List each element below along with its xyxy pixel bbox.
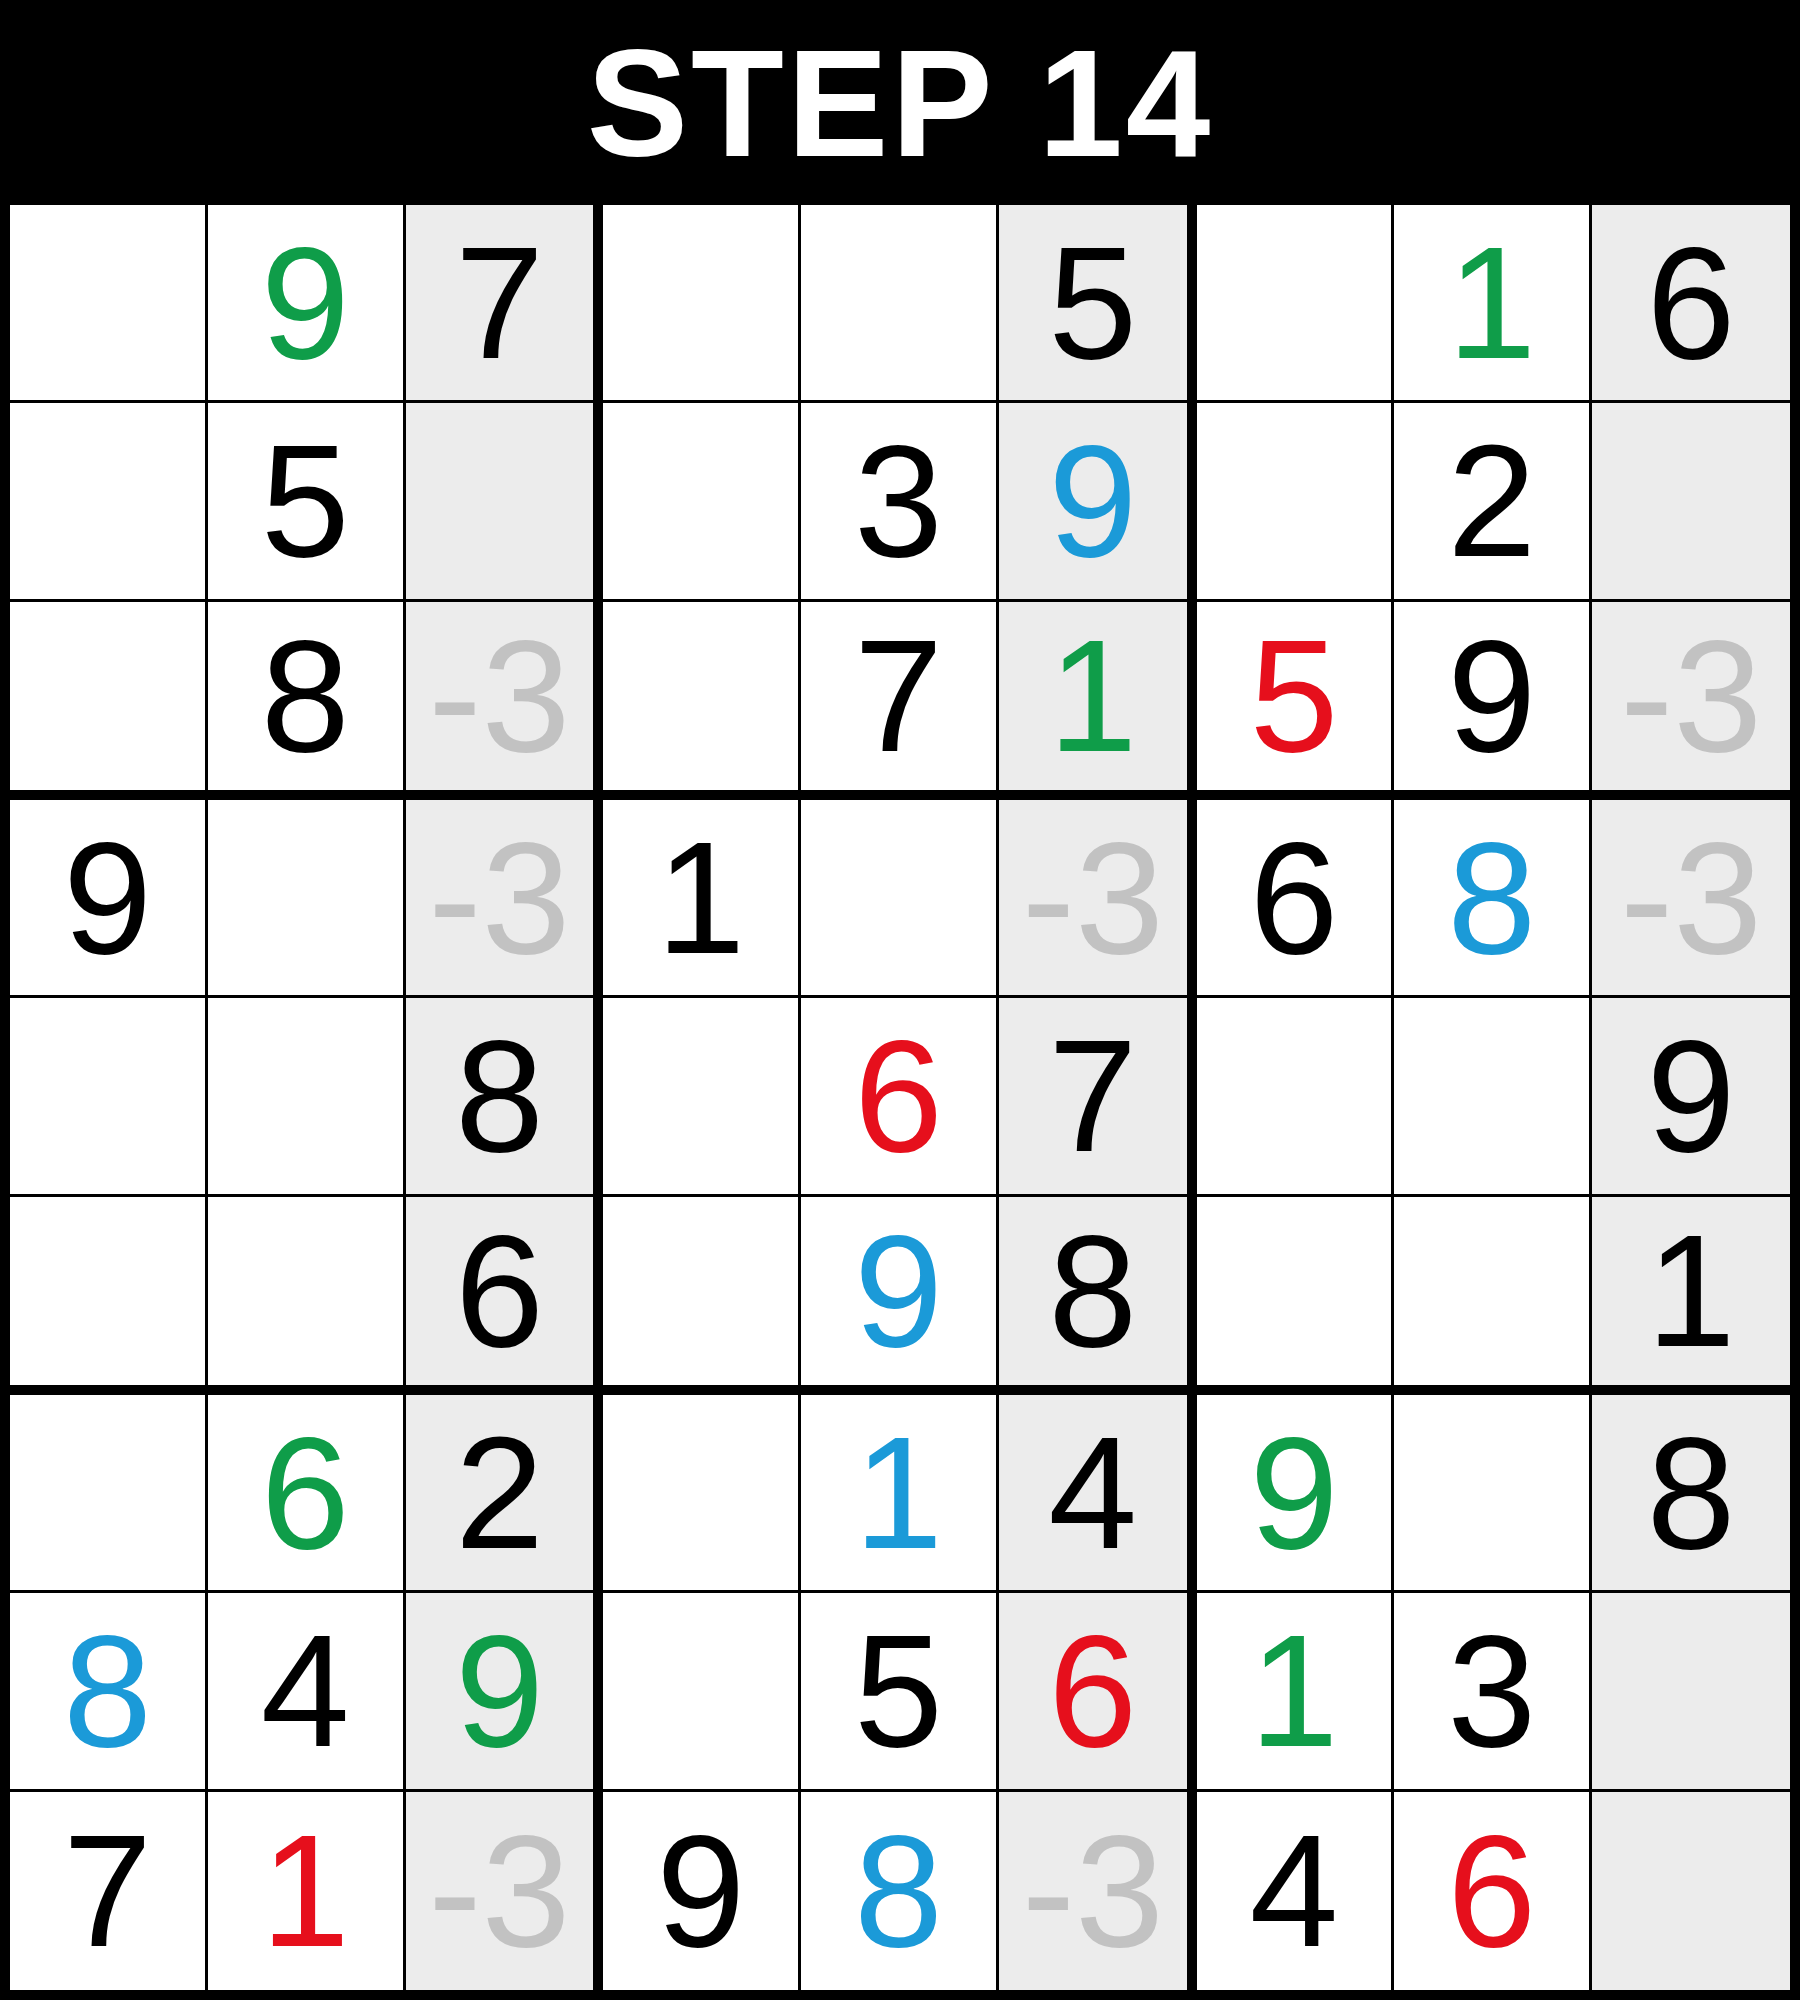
cell-r3c3[interactable]: -3 (406, 602, 604, 800)
cell-r2c1[interactable] (10, 403, 208, 601)
cell-r3c4[interactable] (603, 602, 801, 800)
step-title: STEP 14 (587, 27, 1214, 179)
cell-r8c3[interactable]: 9 (406, 1593, 604, 1791)
cell-r5c1[interactable] (10, 998, 208, 1196)
cell-r1c7[interactable] (1197, 205, 1395, 403)
cell-r2c4[interactable] (603, 403, 801, 601)
cell-r5c2[interactable] (208, 998, 406, 1196)
cell-r2c6[interactable]: 9 (999, 403, 1197, 601)
cell-r5c8[interactable] (1394, 998, 1592, 1196)
cell-r7c5[interactable]: 1 (801, 1395, 999, 1593)
cell-r2c3[interactable] (406, 403, 604, 601)
cell-r5c6[interactable]: 7 (999, 998, 1197, 1196)
cell-r8c2[interactable]: 4 (208, 1593, 406, 1791)
cell-r9c3[interactable]: -3 (406, 1792, 604, 1990)
cell-r7c3[interactable]: 2 (406, 1395, 604, 1593)
cell-r1c5[interactable] (801, 205, 999, 403)
cell-r4c3[interactable]: -3 (406, 800, 604, 998)
cell-r3c6[interactable]: 1 (999, 602, 1197, 800)
cell-r3c1[interactable] (10, 602, 208, 800)
cell-r7c7[interactable]: 9 (1197, 1395, 1395, 1593)
cell-r3c7[interactable]: 5 (1197, 602, 1395, 800)
cell-r1c2[interactable]: 9 (208, 205, 406, 403)
cell-r1c9[interactable]: 6 (1592, 205, 1790, 403)
cell-r2c8[interactable]: 2 (1394, 403, 1592, 601)
cell-r9c6[interactable]: -3 (999, 1792, 1197, 1990)
cell-r2c9[interactable] (1592, 403, 1790, 601)
cell-r3c2[interactable]: 8 (208, 602, 406, 800)
cell-r7c4[interactable] (603, 1395, 801, 1593)
cell-r7c2[interactable]: 6 (208, 1395, 406, 1593)
cell-r7c6[interactable]: 4 (999, 1395, 1197, 1593)
cell-r8c9[interactable] (1592, 1593, 1790, 1791)
cell-r5c7[interactable] (1197, 998, 1395, 1196)
cell-r2c7[interactable] (1197, 403, 1395, 601)
cell-r7c9[interactable]: 8 (1592, 1395, 1790, 1593)
cell-r4c9[interactable]: -3 (1592, 800, 1790, 998)
cell-r8c4[interactable] (603, 1593, 801, 1791)
cell-r4c2[interactable] (208, 800, 406, 998)
cell-r9c4[interactable]: 9 (603, 1792, 801, 1990)
cell-r7c8[interactable] (1394, 1395, 1592, 1593)
cell-r6c8[interactable] (1394, 1197, 1592, 1395)
cell-r3c5[interactable]: 7 (801, 602, 999, 800)
sudoku-board: 9751653928-37159-39-31-368-3867969816214… (10, 205, 1790, 1990)
cell-r1c1[interactable] (10, 205, 208, 403)
cell-r3c8[interactable]: 9 (1394, 602, 1592, 800)
cell-r7c1[interactable] (10, 1395, 208, 1593)
cell-r6c4[interactable] (603, 1197, 801, 1395)
cell-r1c3[interactable]: 7 (406, 205, 604, 403)
cell-r9c8[interactable]: 6 (1394, 1792, 1592, 1990)
cell-r4c8[interactable]: 8 (1394, 800, 1592, 998)
cell-r4c6[interactable]: -3 (999, 800, 1197, 998)
cell-r6c9[interactable]: 1 (1592, 1197, 1790, 1395)
cell-r1c6[interactable]: 5 (999, 205, 1197, 403)
cell-r6c5[interactable]: 9 (801, 1197, 999, 1395)
cell-r9c5[interactable]: 8 (801, 1792, 999, 1990)
cell-r8c5[interactable]: 5 (801, 1593, 999, 1791)
cell-r6c6[interactable]: 8 (999, 1197, 1197, 1395)
cell-r4c5[interactable] (801, 800, 999, 998)
step-header: STEP 14 (0, 0, 1800, 205)
cell-r8c8[interactable]: 3 (1394, 1593, 1592, 1791)
cell-r1c4[interactable] (603, 205, 801, 403)
cell-r6c1[interactable] (10, 1197, 208, 1395)
cell-r5c5[interactable]: 6 (801, 998, 999, 1196)
cell-r5c4[interactable] (603, 998, 801, 1196)
cell-r4c4[interactable]: 1 (603, 800, 801, 998)
cell-r8c1[interactable]: 8 (10, 1593, 208, 1791)
cell-r8c7[interactable]: 1 (1197, 1593, 1395, 1791)
cell-r4c1[interactable]: 9 (10, 800, 208, 998)
cell-r5c9[interactable]: 9 (1592, 998, 1790, 1196)
cell-r3c9[interactable]: -3 (1592, 602, 1790, 800)
cell-r6c2[interactable] (208, 1197, 406, 1395)
cell-r5c3[interactable]: 8 (406, 998, 604, 1196)
cell-r9c9[interactable] (1592, 1792, 1790, 1990)
cell-r4c7[interactable]: 6 (1197, 800, 1395, 998)
cell-r9c1[interactable]: 7 (10, 1792, 208, 1990)
cell-r2c5[interactable]: 3 (801, 403, 999, 601)
cell-r2c2[interactable]: 5 (208, 403, 406, 601)
cell-r9c7[interactable]: 4 (1197, 1792, 1395, 1990)
cell-r1c8[interactable]: 1 (1394, 205, 1592, 403)
cell-r8c6[interactable]: 6 (999, 1593, 1197, 1791)
cell-r6c3[interactable]: 6 (406, 1197, 604, 1395)
cell-r6c7[interactable] (1197, 1197, 1395, 1395)
cell-r9c2[interactable]: 1 (208, 1792, 406, 1990)
